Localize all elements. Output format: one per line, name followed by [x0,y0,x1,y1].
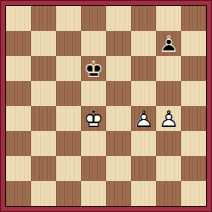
square-b3[interactable] [31,131,56,156]
square-a8[interactable] [6,6,31,31]
square-a1[interactable] [6,181,31,206]
square-d3[interactable] [81,131,106,156]
square-b5[interactable] [31,81,56,106]
square-f7[interactable] [131,31,156,56]
square-e3[interactable] [106,131,131,156]
square-g5[interactable] [156,81,181,106]
square-c7[interactable] [56,31,81,56]
square-g1[interactable] [156,181,181,206]
square-f8[interactable] [131,6,156,31]
square-b7[interactable] [31,31,56,56]
black-king[interactable]: ♚♔ [81,56,106,81]
square-d1[interactable] [81,181,106,206]
black-king-outline-icon: ♔ [81,56,106,81]
black-pawn[interactable]: ♟♙ [156,31,181,56]
square-h4[interactable] [181,106,206,131]
square-a2[interactable] [6,156,31,181]
square-a4[interactable] [6,106,31,131]
square-e6[interactable] [106,56,131,81]
white-king[interactable]: ♚♔ [81,106,106,131]
white-pawn[interactable]: ♟♙ [131,106,156,131]
square-f5[interactable] [131,81,156,106]
square-h5[interactable] [181,81,206,106]
square-e5[interactable] [106,81,131,106]
square-h7[interactable] [181,31,206,56]
square-f3[interactable] [131,131,156,156]
square-g8[interactable] [156,6,181,31]
square-a3[interactable] [6,131,31,156]
square-e8[interactable] [106,6,131,31]
square-f1[interactable] [131,181,156,206]
white-pawn-outline-icon: ♙ [156,106,181,131]
square-g3[interactable] [156,131,181,156]
square-a7[interactable] [6,31,31,56]
square-b1[interactable] [31,181,56,206]
square-b6[interactable] [31,56,56,81]
square-b4[interactable] [31,106,56,131]
square-g7[interactable]: ♟♙ [156,31,181,56]
white-king-outline-icon: ♔ [81,106,106,131]
square-d6[interactable]: ♚♔ [81,56,106,81]
square-a5[interactable] [6,81,31,106]
square-h1[interactable] [181,181,206,206]
square-c3[interactable] [56,131,81,156]
square-c6[interactable] [56,56,81,81]
square-e2[interactable] [106,156,131,181]
square-e4[interactable] [106,106,131,131]
square-b2[interactable] [31,156,56,181]
square-c5[interactable] [56,81,81,106]
square-c4[interactable] [56,106,81,131]
square-h2[interactable] [181,156,206,181]
square-h6[interactable] [181,56,206,81]
square-b8[interactable] [31,6,56,31]
board-grid: ♟♙♚♔♚♔♟♙♟♙ [5,5,207,207]
square-e7[interactable] [106,31,131,56]
square-f2[interactable] [131,156,156,181]
square-a6[interactable] [6,56,31,81]
square-h3[interactable] [181,131,206,156]
square-f4[interactable]: ♟♙ [131,106,156,131]
black-pawn-outline-icon: ♙ [156,31,181,56]
square-e1[interactable] [106,181,131,206]
white-pawn[interactable]: ♟♙ [156,106,181,131]
square-d7[interactable] [81,31,106,56]
square-d5[interactable] [81,81,106,106]
square-d2[interactable] [81,156,106,181]
square-c8[interactable] [56,6,81,31]
chess-board-frame: ♟♙♚♔♚♔♟♙♟♙ [0,0,212,212]
square-d8[interactable] [81,6,106,31]
square-c1[interactable] [56,181,81,206]
square-c2[interactable] [56,156,81,181]
square-h8[interactable] [181,6,206,31]
square-g4[interactable]: ♟♙ [156,106,181,131]
square-f6[interactable] [131,56,156,81]
square-d4[interactable]: ♚♔ [81,106,106,131]
square-g2[interactable] [156,156,181,181]
white-pawn-outline-icon: ♙ [131,106,156,131]
square-g6[interactable] [156,56,181,81]
